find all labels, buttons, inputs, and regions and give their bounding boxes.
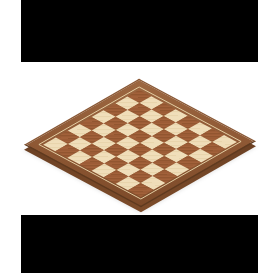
product-image[interactable] — [0, 0, 278, 278]
letterbox-bottom-bar — [21, 215, 258, 273]
chess-board — [24, 79, 256, 207]
squares-grid — [43, 89, 237, 196]
letterbox-top-bar — [21, 0, 258, 62]
